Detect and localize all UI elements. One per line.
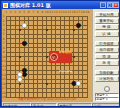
- status-bar: 白方行棋第 9 手黑先贴目1.01: [2, 102, 120, 107]
- star-point: [46, 29, 48, 31]
- sidebar-button[interactable]: 前 进: [95, 54, 119, 60]
- white-stone-icon: [104, 86, 110, 92]
- status-cell: 黑先贴目: [58, 103, 92, 108]
- row-label: 16: [2, 82, 6, 86]
- row-label: 7: [2, 41, 6, 45]
- row-label: 13: [2, 68, 6, 72]
- close-button[interactable]: ×: [113, 2, 119, 8]
- watermark-line1: 华军软件园: [59, 50, 72, 54]
- go-grid[interactable]: ●●●●●●●●●: [6, 16, 88, 98]
- row-label: 5: [2, 32, 6, 36]
- sidebar-button[interactable]: 重新开始: [95, 18, 119, 24]
- watermark-footer: 本图片来自华军软件园 www.onlinedown.net: [2, 98, 92, 102]
- titlebar[interactable]: 围棋对弈 1.01 版 – □ ×: [2, 1, 120, 9]
- status-cell: 1.01: [92, 103, 120, 108]
- star-point: [46, 56, 48, 58]
- row-label: 1: [2, 14, 6, 18]
- row-label: 18: [2, 91, 6, 95]
- star-point: [73, 29, 75, 31]
- col-label: 19: [85, 10, 90, 14]
- app-icon: [3, 3, 8, 8]
- sidebar-button[interactable]: 计算胜负: [95, 76, 119, 82]
- status-cell: 白方行棋: [3, 103, 31, 108]
- star-point: [73, 56, 75, 58]
- sidebar-button[interactable]: 开始对局: [95, 12, 119, 18]
- window-title: 围棋对弈 1.01 版: [10, 1, 100, 9]
- sidebar: 开始对局重新开始悔 棋认 输打开棋谱保存棋谱前 进后 退形势判断计算胜负 黑提子…: [92, 9, 120, 102]
- star-point: [46, 83, 48, 85]
- white-stone: ●: [17, 77, 22, 82]
- white-stone: ●: [76, 81, 81, 86]
- sidebar-button[interactable]: 认 输: [95, 31, 119, 37]
- row-label: 4: [2, 28, 6, 32]
- black-stone: ●: [22, 72, 27, 77]
- star-point: [19, 29, 21, 31]
- maximize-button[interactable]: □: [107, 2, 113, 8]
- minimize-button[interactable]: –: [100, 2, 106, 8]
- row-label: 14: [2, 73, 6, 77]
- watermark-stamp: 华 华军软件园 onlinedown.net: [49, 51, 72, 63]
- row-label: 9: [2, 50, 6, 54]
- row-label: 17: [2, 86, 6, 90]
- black-stone: ●: [76, 23, 81, 28]
- turn-indicator: [93, 86, 120, 92]
- row-label: 8: [2, 46, 6, 50]
- row-label: 12: [2, 64, 6, 68]
- sidebar-button[interactable]: 形势判断: [95, 70, 119, 76]
- row-label: 2: [2, 19, 6, 23]
- sidebar-button[interactable]: 保存棋谱: [95, 47, 119, 53]
- row-label: 6: [2, 37, 6, 41]
- sidebar-button[interactable]: 悔 棋: [95, 24, 119, 30]
- star-point: [19, 83, 21, 85]
- app-window: 围棋对弈 1.01 版 – □ × 1234567891011121314151…: [0, 0, 120, 107]
- watermark-seal-icon: 华: [50, 53, 58, 61]
- main-area: 12345678910111213141516171819 1234567891…: [2, 9, 120, 102]
- star-point: [19, 56, 21, 58]
- white-stone: ●: [22, 23, 27, 28]
- row-label: 10: [2, 55, 6, 59]
- sidebar-button[interactable]: 后 退: [95, 60, 119, 66]
- watermark-line2: onlinedown.net: [59, 70, 72, 73]
- row-label: 15: [2, 77, 6, 81]
- status-cell: 第 9 手: [31, 103, 57, 108]
- sidebar-button[interactable]: 打开棋谱: [95, 41, 119, 47]
- row-label: 3: [2, 23, 6, 27]
- capture-count-field: 黑提子 0: [95, 93, 119, 96]
- go-board: 12345678910111213141516171819 1234567891…: [2, 9, 92, 102]
- row-label: 11: [2, 59, 6, 63]
- black-stone: ●: [22, 41, 27, 46]
